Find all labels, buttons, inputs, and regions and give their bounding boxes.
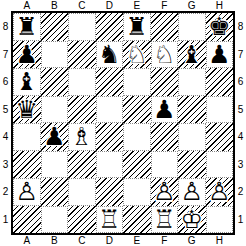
square-a4[interactable]: [13, 123, 41, 151]
rank-label-3: 3: [0, 151, 11, 179]
square-b2[interactable]: [41, 178, 69, 206]
square-d2[interactable]: [96, 178, 124, 206]
rank-label-6: 6: [0, 68, 11, 96]
piece-glyph: ♟: [208, 41, 230, 68]
piece-black-pawn: ♟: [13, 41, 41, 69]
piece-glyph: ♟: [16, 41, 38, 68]
square-g3[interactable]: [178, 151, 206, 179]
piece-black-knight: ♞: [96, 41, 124, 69]
square-g1[interactable]: ♚♔: [178, 206, 206, 234]
square-d1[interactable]: ♜♖: [96, 206, 124, 234]
file-label-g: G: [178, 0, 206, 11]
file-labels-bottom: ABCDEFGH: [13, 235, 233, 246]
file-label-b: B: [41, 0, 69, 11]
piece-glyph: ♝: [181, 41, 203, 68]
piece-white-pawn: ♟♙: [13, 178, 41, 206]
rank-label-5: 5: [235, 96, 246, 124]
piece-white-bishop: ♝♗: [68, 123, 96, 151]
piece-black-king: ♚: [206, 13, 234, 41]
piece-glyph: ♙: [153, 178, 175, 205]
file-label-a: A: [13, 0, 41, 11]
square-c7[interactable]: [68, 41, 96, 69]
square-f4[interactable]: [151, 123, 179, 151]
square-g4[interactable]: [178, 123, 206, 151]
square-e7[interactable]: ♞♘: [123, 41, 151, 69]
rank-label-5: 5: [0, 96, 11, 124]
square-e3[interactable]: [123, 151, 151, 179]
piece-glyph: ♖: [153, 206, 175, 233]
rank-label-2: 2: [0, 178, 11, 206]
square-a7[interactable]: ♟: [13, 41, 41, 69]
square-c3[interactable]: [68, 151, 96, 179]
file-label-f: F: [151, 0, 179, 11]
square-h3[interactable]: [206, 151, 234, 179]
square-c2[interactable]: [68, 178, 96, 206]
piece-black-pawn: ♟: [151, 96, 179, 124]
square-d5[interactable]: [96, 96, 124, 124]
square-d3[interactable]: [96, 151, 124, 179]
square-b5[interactable]: [41, 96, 69, 124]
square-g7[interactable]: ♝: [178, 41, 206, 69]
piece-glyph: ♛: [16, 96, 38, 123]
square-a2[interactable]: ♟♙: [13, 178, 41, 206]
piece-glyph: ♙: [208, 178, 230, 205]
rank-label-1: 1: [0, 206, 11, 234]
file-label-b: B: [41, 235, 69, 246]
square-c5[interactable]: [68, 96, 96, 124]
piece-glyph: ♘: [126, 41, 148, 68]
file-label-d: D: [96, 0, 124, 11]
square-a8[interactable]: ♜: [13, 13, 41, 41]
rank-label-7: 7: [0, 41, 11, 69]
piece-glyph: ♟: [153, 96, 175, 123]
piece-white-king: ♚♔: [178, 206, 206, 234]
rank-label-8: 8: [0, 13, 11, 41]
square-e5[interactable]: [123, 96, 151, 124]
piece-black-bishop: ♝: [178, 41, 206, 69]
piece-black-pawn: ♟: [206, 41, 234, 69]
square-f3[interactable]: [151, 151, 179, 179]
rank-label-2: 2: [235, 178, 246, 206]
square-h6[interactable]: [206, 68, 234, 96]
piece-glyph: ♗: [71, 123, 93, 150]
rank-labels-right: 87654321: [235, 13, 246, 233]
piece-white-pawn: ♟♙: [178, 178, 206, 206]
square-f7[interactable]: ♞♘: [151, 41, 179, 69]
piece-glyph: ♜: [16, 13, 38, 40]
chess-diagram: ABCDEFGH 87654321 ♜♜♚♟♞♞♘♞♘♝♟♝♛♟♟♝♗♟♙♟♙♟…: [0, 0, 246, 246]
square-g5[interactable]: [178, 96, 206, 124]
square-g8[interactable]: [178, 13, 206, 41]
piece-white-pawn: ♟♙: [151, 178, 179, 206]
square-f2[interactable]: ♟♙: [151, 178, 179, 206]
square-h1[interactable]: [206, 206, 234, 234]
piece-black-pawn: ♟: [41, 123, 69, 151]
piece-glyph: ♜: [126, 13, 148, 40]
file-label-e: E: [123, 0, 151, 11]
piece-white-knight: ♞♘: [151, 41, 179, 69]
piece-glyph: ♙: [181, 178, 203, 205]
piece-black-rook: ♜: [123, 13, 151, 41]
rank-label-3: 3: [235, 151, 246, 179]
piece-glyph: ♟: [43, 123, 65, 150]
square-a6[interactable]: ♝: [13, 68, 41, 96]
piece-glyph: ♝: [16, 68, 38, 95]
piece-white-rook: ♜♖: [151, 206, 179, 234]
square-d7[interactable]: ♞: [96, 41, 124, 69]
rank-label-4: 4: [235, 123, 246, 151]
rank-label-7: 7: [235, 41, 246, 69]
rank-label-6: 6: [235, 68, 246, 96]
square-b8[interactable]: [41, 13, 69, 41]
square-a1[interactable]: [13, 206, 41, 234]
piece-black-bishop: ♝: [13, 68, 41, 96]
file-label-h: H: [206, 0, 234, 11]
square-f5[interactable]: ♟: [151, 96, 179, 124]
square-c4[interactable]: ♝♗: [68, 123, 96, 151]
file-label-h: H: [206, 235, 234, 246]
file-label-a: A: [13, 235, 41, 246]
square-b1[interactable]: [41, 206, 69, 234]
square-d4[interactable]: [96, 123, 124, 151]
rank-labels-left: 87654321: [0, 13, 11, 233]
square-b4[interactable]: ♟: [41, 123, 69, 151]
square-g6[interactable]: [178, 68, 206, 96]
piece-black-rook: ♜: [13, 13, 41, 41]
piece-glyph: ♘: [153, 41, 175, 68]
piece-white-pawn: ♟♙: [206, 178, 234, 206]
square-e4[interactable]: [123, 123, 151, 151]
piece-glyph: ♞: [98, 41, 120, 68]
rank-label-4: 4: [0, 123, 11, 151]
square-g2[interactable]: ♟♙: [178, 178, 206, 206]
square-c8[interactable]: [68, 13, 96, 41]
piece-white-rook: ♜♖: [96, 206, 124, 234]
square-a5[interactable]: ♛: [13, 96, 41, 124]
piece-glyph: ♙: [16, 178, 38, 205]
piece-glyph: ♔: [181, 206, 203, 233]
square-h5[interactable]: [206, 96, 234, 124]
piece-glyph: ♚: [208, 13, 230, 40]
square-h2[interactable]: ♟♙: [206, 178, 234, 206]
file-label-d: D: [96, 235, 124, 246]
square-f6[interactable]: [151, 68, 179, 96]
rank-label-1: 1: [235, 206, 246, 234]
square-h7[interactable]: ♟: [206, 41, 234, 69]
square-e1[interactable]: [123, 206, 151, 234]
piece-glyph: ♖: [98, 206, 120, 233]
square-e8[interactable]: ♜: [123, 13, 151, 41]
chess-board: ♜♜♚♟♞♞♘♞♘♝♟♝♛♟♟♝♗♟♙♟♙♟♙♟♙♜♖♜♖♚♔: [11, 11, 235, 235]
square-h8[interactable]: ♚: [206, 13, 234, 41]
square-e2[interactable]: [123, 178, 151, 206]
square-f8[interactable]: [151, 13, 179, 41]
square-d6[interactable]: [96, 68, 124, 96]
square-c6[interactable]: [68, 68, 96, 96]
square-d8[interactable]: [96, 13, 124, 41]
square-b7[interactable]: [41, 41, 69, 69]
file-label-f: F: [151, 235, 179, 246]
square-c1[interactable]: [68, 206, 96, 234]
square-f1[interactable]: ♜♖: [151, 206, 179, 234]
file-labels-top: ABCDEFGH: [13, 0, 233, 11]
square-e6[interactable]: [123, 68, 151, 96]
square-a3[interactable]: [13, 151, 41, 179]
file-label-c: C: [68, 0, 96, 11]
square-b6[interactable]: [41, 68, 69, 96]
piece-white-knight: ♞♘: [123, 41, 151, 69]
file-label-g: G: [178, 235, 206, 246]
file-label-c: C: [68, 235, 96, 246]
file-label-e: E: [123, 235, 151, 246]
rank-label-8: 8: [235, 13, 246, 41]
square-b3[interactable]: [41, 151, 69, 179]
piece-black-queen: ♛: [13, 96, 41, 124]
square-h4[interactable]: [206, 123, 234, 151]
